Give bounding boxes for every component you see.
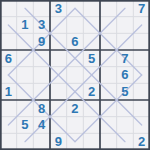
cell-r3c5[interactable]: 6 — [67, 33, 84, 50]
cell-r7c7[interactable] — [100, 100, 117, 117]
cell-r6c6[interactable]: 2 — [83, 83, 100, 100]
cell-r5c7[interactable] — [100, 67, 117, 84]
cell-r3c1[interactable] — [0, 33, 17, 50]
cell-r9c7[interactable] — [100, 133, 117, 150]
sudoku-board: 3713966576125825492 — [0, 0, 150, 150]
cell-r3c2[interactable] — [17, 33, 34, 50]
cell-r7c4[interactable] — [50, 100, 67, 117]
cell-r7c5[interactable]: 2 — [67, 100, 84, 117]
cell-r2c9[interactable] — [133, 17, 150, 34]
cell-r2c7[interactable] — [100, 17, 117, 34]
cell-r9c4[interactable]: 9 — [50, 133, 67, 150]
cell-r7c3[interactable]: 8 — [33, 100, 50, 117]
cell-r8c8[interactable] — [117, 117, 134, 134]
cell-r2c2[interactable]: 1 — [17, 17, 34, 34]
cell-r4c7[interactable] — [100, 50, 117, 67]
cell-r2c3[interactable]: 3 — [33, 17, 50, 34]
cell-r3c6[interactable] — [83, 33, 100, 50]
cell-r4c2[interactable] — [17, 50, 34, 67]
cell-r1c6[interactable] — [83, 0, 100, 17]
cell-r7c8[interactable] — [117, 100, 134, 117]
cell-r9c1[interactable] — [0, 133, 17, 150]
cell-r6c3[interactable] — [33, 83, 50, 100]
cell-r4c8[interactable]: 7 — [117, 50, 134, 67]
cell-r5c4[interactable] — [50, 67, 67, 84]
cell-r1c5[interactable] — [67, 0, 84, 17]
cell-r3c3[interactable]: 9 — [33, 33, 50, 50]
cell-r5c8[interactable]: 6 — [117, 67, 134, 84]
cell-r8c7[interactable] — [100, 117, 117, 134]
cell-r7c2[interactable] — [17, 100, 34, 117]
cell-r1c1[interactable] — [0, 0, 17, 17]
cell-r8c6[interactable] — [83, 117, 100, 134]
cell-r4c9[interactable] — [133, 50, 150, 67]
cell-r7c1[interactable] — [0, 100, 17, 117]
cell-r9c9[interactable]: 2 — [133, 133, 150, 150]
cell-r3c8[interactable] — [117, 33, 134, 50]
cell-r4c6[interactable]: 5 — [83, 50, 100, 67]
cell-r6c9[interactable] — [133, 83, 150, 100]
cell-r1c4[interactable]: 3 — [50, 0, 67, 17]
cell-r1c3[interactable] — [33, 0, 50, 17]
cell-r2c1[interactable] — [0, 17, 17, 34]
cell-r3c4[interactable] — [50, 33, 67, 50]
cell-r5c9[interactable] — [133, 67, 150, 84]
cell-r1c9[interactable]: 7 — [133, 0, 150, 17]
cell-r9c8[interactable] — [117, 133, 134, 150]
cell-r8c2[interactable]: 5 — [17, 117, 34, 134]
cell-r7c9[interactable] — [133, 100, 150, 117]
cell-r5c1[interactable] — [0, 67, 17, 84]
cell-r6c7[interactable] — [100, 83, 117, 100]
cell-r4c3[interactable] — [33, 50, 50, 67]
cell-r2c5[interactable] — [67, 17, 84, 34]
cell-r1c7[interactable] — [100, 0, 117, 17]
cell-r6c5[interactable] — [67, 83, 84, 100]
cell-r7c6[interactable] — [83, 100, 100, 117]
cell-r9c5[interactable] — [67, 133, 84, 150]
cell-r9c2[interactable] — [17, 133, 34, 150]
cell-r8c9[interactable] — [133, 117, 150, 134]
cell-r3c7[interactable] — [100, 33, 117, 50]
cell-r5c3[interactable] — [33, 67, 50, 84]
cell-r5c5[interactable] — [67, 67, 84, 84]
cell-r1c8[interactable] — [117, 0, 134, 17]
cell-r6c8[interactable]: 5 — [117, 83, 134, 100]
cell-r4c5[interactable] — [67, 50, 84, 67]
cell-r9c6[interactable] — [83, 133, 100, 150]
cell-r5c6[interactable] — [83, 67, 100, 84]
cell-r1c2[interactable] — [17, 0, 34, 17]
cell-r6c2[interactable] — [17, 83, 34, 100]
cell-r8c1[interactable] — [0, 117, 17, 134]
cell-r2c4[interactable] — [50, 17, 67, 34]
cell-r8c4[interactable] — [50, 117, 67, 134]
cell-r6c4[interactable] — [50, 83, 67, 100]
cell-r2c6[interactable] — [83, 17, 100, 34]
cell-r9c3[interactable] — [33, 133, 50, 150]
cell-r5c2[interactable] — [17, 67, 34, 84]
cells-layer: 3713966576125825492 — [0, 0, 150, 150]
cell-r6c1[interactable]: 1 — [0, 83, 17, 100]
cell-r4c4[interactable] — [50, 50, 67, 67]
cell-r8c3[interactable]: 4 — [33, 117, 50, 134]
cell-r8c5[interactable] — [67, 117, 84, 134]
cell-r3c9[interactable] — [133, 33, 150, 50]
cell-r2c8[interactable] — [117, 17, 134, 34]
cell-r4c1[interactable]: 6 — [0, 50, 17, 67]
